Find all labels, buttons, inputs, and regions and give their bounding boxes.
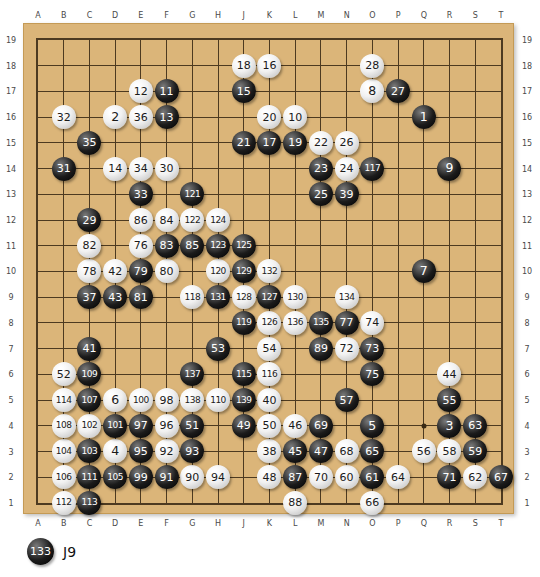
- stone-104: 104: [52, 439, 76, 463]
- stone-134: 134: [335, 285, 359, 309]
- stone-74: 74: [360, 311, 384, 335]
- stone-42: 42: [103, 259, 127, 283]
- coord-label-right: 11: [522, 241, 532, 250]
- stone-23: 23: [309, 157, 333, 181]
- coord-label-bottom: C: [87, 519, 93, 528]
- coord-label-right: 1: [524, 498, 529, 507]
- stone-120: 120: [206, 259, 230, 283]
- stone-123: 123: [206, 234, 230, 258]
- stone-70: 70: [309, 465, 333, 489]
- coord-label-bottom: D: [112, 519, 118, 528]
- stone-137: 137: [180, 362, 204, 386]
- stone-33: 33: [129, 182, 153, 206]
- coord-label-left: 10: [6, 267, 16, 276]
- stone-95: 95: [129, 439, 153, 463]
- stone-43: 43: [103, 285, 127, 309]
- stone-109: 109: [77, 362, 101, 386]
- coord-label-bottom: R: [447, 519, 453, 528]
- coord-label-top: Q: [421, 11, 427, 20]
- coord-label-left: 17: [6, 87, 16, 96]
- stone-138: 138: [180, 388, 204, 412]
- coord-label-bottom: L: [293, 519, 297, 528]
- stone-84: 84: [155, 208, 179, 232]
- coord-label-left: 13: [6, 190, 16, 199]
- stone-49: 49: [232, 414, 256, 438]
- caption-stone-133: 133: [27, 538, 54, 565]
- coord-label-right: 17: [522, 87, 532, 96]
- stone-115: 115: [232, 362, 256, 386]
- stone-26: 26: [335, 131, 359, 155]
- stone-90: 90: [180, 465, 204, 489]
- stone-83: 83: [155, 234, 179, 258]
- stone-32: 32: [52, 105, 76, 129]
- stone-58: 58: [437, 439, 461, 463]
- stone-132: 132: [257, 259, 281, 283]
- coord-label-right: 9: [524, 293, 529, 302]
- stone-105: 105: [103, 465, 127, 489]
- stone-51: 51: [180, 414, 204, 438]
- stone-96: 96: [155, 414, 179, 438]
- stone-6: 6: [103, 388, 127, 412]
- coord-label-right: 10: [522, 267, 532, 276]
- stone-53: 53: [206, 337, 230, 361]
- stone-2: 2: [103, 105, 127, 129]
- stone-111: 111: [77, 465, 101, 489]
- coord-label-top: D: [112, 11, 118, 20]
- coord-label-bottom: T: [499, 519, 504, 528]
- stone-103: 103: [77, 439, 101, 463]
- stone-19: 19: [283, 131, 307, 155]
- stone-18: 18: [232, 54, 256, 78]
- stone-106: 106: [52, 465, 76, 489]
- coord-label-top: B: [61, 11, 67, 20]
- stone-22: 22: [309, 131, 333, 155]
- coord-label-top: G: [189, 11, 195, 20]
- coord-label-top: P: [396, 11, 401, 20]
- stone-118: 118: [180, 285, 204, 309]
- stone-20: 20: [257, 105, 281, 129]
- coord-label-right: 14: [522, 164, 532, 173]
- stone-100: 100: [129, 388, 153, 412]
- stone-88: 88: [283, 491, 307, 515]
- stone-130: 130: [283, 285, 307, 309]
- coord-label-top: C: [87, 11, 93, 20]
- stone-56: 56: [412, 439, 436, 463]
- coord-label-right: 18: [522, 61, 532, 70]
- stone-1: 1: [412, 105, 436, 129]
- move-caption: 133 J9: [27, 538, 76, 565]
- stone-92: 92: [155, 439, 179, 463]
- coord-label-bottom: J: [243, 519, 245, 528]
- coord-label-left: 3: [8, 447, 13, 456]
- coord-label-top: O: [369, 11, 375, 20]
- stone-72: 72: [335, 337, 359, 361]
- stone-10: 10: [283, 105, 307, 129]
- stone-94: 94: [206, 465, 230, 489]
- coord-label-left: 9: [8, 293, 13, 302]
- coord-label-right: 19: [522, 36, 532, 45]
- stone-87: 87: [283, 465, 307, 489]
- stone-62: 62: [463, 465, 487, 489]
- coord-label-top: S: [473, 11, 478, 20]
- stone-99: 99: [129, 465, 153, 489]
- stone-21: 21: [232, 131, 256, 155]
- stone-41: 41: [77, 337, 101, 361]
- coord-label-bottom: K: [267, 519, 272, 528]
- coord-label-bottom: O: [369, 519, 375, 528]
- stone-113: 113: [77, 491, 101, 515]
- coord-label-left: 12: [6, 216, 16, 225]
- coord-label-top: T: [499, 11, 504, 20]
- stone-126: 126: [257, 311, 281, 335]
- stone-77: 77: [335, 311, 359, 335]
- stone-25: 25: [309, 182, 333, 206]
- stone-97: 97: [129, 414, 153, 438]
- stone-59: 59: [463, 439, 487, 463]
- stone-4: 4: [103, 439, 127, 463]
- stone-86: 86: [129, 208, 153, 232]
- stone-61: 61: [360, 465, 384, 489]
- stone-8: 8: [360, 79, 384, 103]
- stone-102: 102: [77, 414, 101, 438]
- stone-101: 101: [103, 414, 127, 438]
- coord-label-top: L: [293, 11, 297, 20]
- stone-16: 16: [257, 54, 281, 78]
- stone-117: 117: [360, 157, 384, 181]
- stone-57: 57: [335, 388, 359, 412]
- coord-label-top: J: [243, 11, 245, 20]
- stone-136: 136: [283, 311, 307, 335]
- coord-label-left: 16: [6, 113, 16, 122]
- stone-40: 40: [257, 388, 281, 412]
- stone-68: 68: [335, 439, 359, 463]
- stone-121: 121: [180, 182, 204, 206]
- stone-5: 5: [360, 414, 384, 438]
- stone-119: 119: [232, 311, 256, 335]
- coord-label-left: 19: [6, 36, 16, 45]
- stone-107: 107: [77, 388, 101, 412]
- coord-label-right: 13: [522, 190, 532, 199]
- stone-131: 131: [206, 285, 230, 309]
- stone-91: 91: [155, 465, 179, 489]
- stone-50: 50: [257, 414, 281, 438]
- coord-label-right: 2: [524, 473, 529, 482]
- coord-label-top: N: [344, 11, 350, 20]
- stone-129: 129: [232, 259, 256, 283]
- coord-label-bottom: M: [317, 519, 324, 528]
- stone-3: 3: [437, 414, 461, 438]
- coord-label-bottom: G: [189, 519, 195, 528]
- coord-label-left: 15: [6, 138, 16, 147]
- stone-45: 45: [283, 439, 307, 463]
- stone-64: 64: [386, 465, 410, 489]
- stone-69: 69: [309, 414, 333, 438]
- stone-82: 82: [77, 234, 101, 258]
- stone-48: 48: [257, 465, 281, 489]
- stone-98: 98: [155, 388, 179, 412]
- stone-81: 81: [129, 285, 153, 309]
- stone-124: 124: [206, 208, 230, 232]
- stone-80: 80: [155, 259, 179, 283]
- stone-63: 63: [463, 414, 487, 438]
- stone-116: 116: [257, 362, 281, 386]
- coord-label-right: 4: [524, 421, 529, 430]
- stone-55: 55: [437, 388, 461, 412]
- coord-label-right: 7: [524, 344, 529, 353]
- coord-label-left: 1: [8, 498, 13, 507]
- stone-11: 11: [155, 79, 179, 103]
- stone-44: 44: [437, 362, 461, 386]
- coord-label-left: 11: [6, 241, 16, 250]
- go-game-diagram: AABBCCDDEEFFGGHHJJKKLLMMNNOOPPQQRRSSTT19…: [0, 0, 540, 577]
- stone-65: 65: [360, 439, 384, 463]
- coord-label-top: R: [447, 11, 453, 20]
- stone-89: 89: [309, 337, 333, 361]
- coord-label-top: A: [35, 11, 40, 20]
- coord-label-top: M: [317, 11, 324, 20]
- stone-grid: 1234567891011121314151617181920212223242…: [25, 27, 514, 516]
- coord-label-bottom: Q: [421, 519, 427, 528]
- stone-54: 54: [257, 337, 281, 361]
- stone-93: 93: [180, 439, 204, 463]
- coord-label-top: E: [138, 11, 143, 20]
- coord-label-left: 8: [8, 318, 13, 327]
- coord-label-right: 6: [524, 370, 529, 379]
- stone-66: 66: [360, 491, 384, 515]
- stone-12: 12: [129, 79, 153, 103]
- coord-label-top: H: [215, 11, 221, 20]
- stone-73: 73: [360, 337, 384, 361]
- coord-label-bottom: H: [215, 519, 221, 528]
- stone-75: 75: [360, 362, 384, 386]
- stone-13: 13: [155, 105, 179, 129]
- stone-29: 29: [77, 208, 101, 232]
- coord-label-left: 4: [8, 421, 13, 430]
- stone-135: 135: [309, 311, 333, 335]
- stone-52: 52: [52, 362, 76, 386]
- stone-27: 27: [386, 79, 410, 103]
- stone-71: 71: [437, 465, 461, 489]
- coord-label-left: 14: [6, 164, 16, 173]
- coord-label-bottom: F: [164, 519, 169, 528]
- stone-128: 128: [232, 285, 256, 309]
- stone-46: 46: [283, 414, 307, 438]
- stone-47: 47: [309, 439, 333, 463]
- stone-108: 108: [52, 414, 76, 438]
- stone-14: 14: [103, 157, 127, 181]
- stone-85: 85: [180, 234, 204, 258]
- coord-label-right: 15: [522, 138, 532, 147]
- stone-37: 37: [77, 285, 101, 309]
- stone-127: 127: [257, 285, 281, 309]
- coord-label-left: 6: [8, 370, 13, 379]
- stone-60: 60: [335, 465, 359, 489]
- stone-78: 78: [77, 259, 101, 283]
- coord-label-left: 2: [8, 473, 13, 482]
- stone-36: 36: [129, 105, 153, 129]
- coord-label-right: 16: [522, 113, 532, 122]
- stone-9: 9: [437, 157, 461, 181]
- coord-label-left: 18: [6, 61, 16, 70]
- coord-label-right: 3: [524, 447, 529, 456]
- stone-79: 79: [129, 259, 153, 283]
- coord-label-right: 8: [524, 318, 529, 327]
- stone-30: 30: [155, 157, 179, 181]
- stone-34: 34: [129, 157, 153, 181]
- stone-7: 7: [412, 259, 436, 283]
- stone-28: 28: [360, 54, 384, 78]
- stone-125: 125: [232, 234, 256, 258]
- stone-38: 38: [257, 439, 281, 463]
- coord-label-bottom: P: [396, 519, 401, 528]
- coord-label-left: 5: [8, 396, 13, 405]
- stone-67: 67: [489, 465, 513, 489]
- stone-15: 15: [232, 79, 256, 103]
- stone-139: 139: [232, 388, 256, 412]
- stone-76: 76: [129, 234, 153, 258]
- coord-label-top: K: [267, 11, 272, 20]
- coord-label-right: 12: [522, 216, 532, 225]
- stone-112: 112: [52, 491, 76, 515]
- stone-39: 39: [335, 182, 359, 206]
- stone-114: 114: [52, 388, 76, 412]
- coord-label-bottom: N: [344, 519, 350, 528]
- stone-17: 17: [257, 131, 281, 155]
- coord-label-bottom: A: [35, 519, 40, 528]
- stone-122: 122: [180, 208, 204, 232]
- coord-label-bottom: B: [61, 519, 67, 528]
- coord-label-top: F: [164, 11, 169, 20]
- coord-label-bottom: S: [473, 519, 478, 528]
- stone-24: 24: [335, 157, 359, 181]
- coord-label-left: 7: [8, 344, 13, 353]
- stone-110: 110: [206, 388, 230, 412]
- caption-coordinate: J9: [63, 544, 76, 560]
- coord-label-bottom: E: [138, 519, 143, 528]
- stone-35: 35: [77, 131, 101, 155]
- coord-label-right: 5: [524, 396, 529, 405]
- stone-31: 31: [52, 157, 76, 181]
